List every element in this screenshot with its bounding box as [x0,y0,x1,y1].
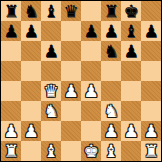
square-d1[interactable] [61,141,81,161]
square-e1[interactable]: ♚ [81,141,101,161]
white-rook-piece[interactable]: ♜ [143,141,158,161]
square-g2[interactable]: ♟ [121,121,141,141]
black-queen-piece[interactable]: ♛ [63,1,78,21]
square-f2[interactable]: ♟ [101,121,121,141]
square-b6[interactable] [21,41,41,61]
chess-board-frame: ♜♞♝♛♜♚♟♟♟♟♝♟♟♞♟♛♟♟♞♞♟♟♟♟♟♜♝♚♝♜ [0,0,162,162]
square-b1[interactable] [21,141,41,161]
square-g6[interactable]: ♟ [121,41,141,61]
black-knight-piece[interactable]: ♞ [23,1,38,21]
white-king-piece[interactable]: ♚ [83,141,98,161]
square-e8[interactable] [81,1,101,21]
white-pawn-piece[interactable]: ♟ [3,121,18,141]
square-h8[interactable] [141,1,161,21]
square-f6[interactable]: ♞ [101,41,121,61]
square-h4[interactable] [141,81,161,101]
square-e3[interactable] [81,101,101,121]
square-e5[interactable] [81,61,101,81]
square-a2[interactable]: ♟ [1,121,21,141]
square-f5[interactable] [101,61,121,81]
square-b4[interactable] [21,81,41,101]
black-king-piece[interactable]: ♚ [123,1,138,21]
square-e2[interactable] [81,121,101,141]
square-g7[interactable]: ♝ [121,21,141,41]
square-d7[interactable] [61,21,81,41]
white-queen-piece[interactable]: ♛ [43,81,58,101]
black-bishop-piece[interactable]: ♝ [123,21,138,41]
square-a1[interactable]: ♜ [1,141,21,161]
white-pawn-piece[interactable]: ♟ [123,121,138,141]
square-g4[interactable] [121,81,141,101]
square-g1[interactable] [121,141,141,161]
square-e4[interactable]: ♟ [81,81,101,101]
square-d4[interactable]: ♟ [61,81,81,101]
square-b8[interactable]: ♞ [21,1,41,21]
square-h1[interactable]: ♜ [141,141,161,161]
square-c5[interactable] [41,61,61,81]
white-knight-piece[interactable]: ♞ [43,101,58,121]
white-pawn-piece[interactable]: ♟ [63,81,78,101]
square-a7[interactable]: ♟ [1,21,21,41]
black-pawn-piece[interactable]: ♟ [103,21,118,41]
white-rook-piece[interactable]: ♜ [3,141,18,161]
square-f4[interactable] [101,81,121,101]
black-rook-piece[interactable]: ♜ [3,1,18,21]
square-h5[interactable] [141,61,161,81]
black-pawn-piece[interactable]: ♟ [43,41,58,61]
square-a3[interactable] [1,101,21,121]
white-bishop-piece[interactable]: ♝ [43,141,58,161]
black-pawn-piece[interactable]: ♟ [3,21,18,41]
white-pawn-piece[interactable]: ♟ [83,81,98,101]
square-g5[interactable] [121,61,141,81]
square-g8[interactable]: ♚ [121,1,141,21]
square-f8[interactable]: ♜ [101,1,121,21]
square-h6[interactable] [141,41,161,61]
square-b3[interactable] [21,101,41,121]
square-c1[interactable]: ♝ [41,141,61,161]
black-pawn-piece[interactable]: ♟ [23,21,38,41]
square-h7[interactable]: ♟ [141,21,161,41]
square-d8[interactable]: ♛ [61,1,81,21]
square-d6[interactable] [61,41,81,61]
square-e7[interactable]: ♟ [81,21,101,41]
square-d5[interactable] [61,61,81,81]
square-a4[interactable] [1,81,21,101]
black-pawn-piece[interactable]: ♟ [123,41,138,61]
square-a6[interactable] [1,41,21,61]
black-bishop-piece[interactable]: ♝ [43,1,58,21]
square-d3[interactable] [61,101,81,121]
square-h3[interactable] [141,101,161,121]
white-pawn-piece[interactable]: ♟ [143,121,158,141]
white-pawn-piece[interactable]: ♟ [103,121,118,141]
white-knight-piece[interactable]: ♞ [103,101,118,121]
chess-board: ♜♞♝♛♜♚♟♟♟♟♝♟♟♞♟♛♟♟♞♞♟♟♟♟♟♜♝♚♝♜ [1,1,161,161]
square-c2[interactable] [41,121,61,141]
square-b7[interactable]: ♟ [21,21,41,41]
square-f1[interactable]: ♝ [101,141,121,161]
square-h2[interactable]: ♟ [141,121,161,141]
square-e6[interactable] [81,41,101,61]
white-bishop-piece[interactable]: ♝ [103,141,118,161]
square-b5[interactable] [21,61,41,81]
square-c3[interactable]: ♞ [41,101,61,121]
square-a8[interactable]: ♜ [1,1,21,21]
square-g3[interactable] [121,101,141,121]
square-f3[interactable]: ♞ [101,101,121,121]
square-f7[interactable]: ♟ [101,21,121,41]
black-rook-piece[interactable]: ♜ [103,1,118,21]
square-b2[interactable]: ♟ [21,121,41,141]
square-c4[interactable]: ♛ [41,81,61,101]
square-c7[interactable] [41,21,61,41]
square-a5[interactable] [1,61,21,81]
black-pawn-piece[interactable]: ♟ [83,21,98,41]
square-c8[interactable]: ♝ [41,1,61,21]
square-d2[interactable] [61,121,81,141]
black-pawn-piece[interactable]: ♟ [143,21,158,41]
white-pawn-piece[interactable]: ♟ [23,121,38,141]
square-c6[interactable]: ♟ [41,41,61,61]
black-knight-piece[interactable]: ♞ [103,41,118,61]
